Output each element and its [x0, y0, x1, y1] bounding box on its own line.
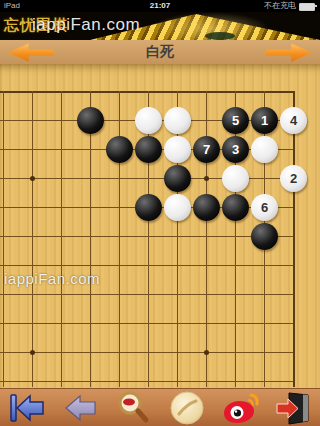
- grid-vline: [148, 91, 149, 388]
- stone-white: [222, 165, 249, 192]
- grid-vline: [3, 91, 4, 388]
- stone-white-move-6: 6: [251, 194, 278, 221]
- stone-black: [135, 194, 162, 221]
- grid-vline: [235, 91, 236, 388]
- stone-black-move-3: 3: [222, 136, 249, 163]
- search-button[interactable]: [114, 391, 152, 425]
- back-button[interactable]: [61, 391, 99, 425]
- exit-door-icon: [274, 391, 312, 425]
- stone-white-move-2: 2: [280, 165, 307, 192]
- stone-white: [164, 107, 191, 134]
- stone-white: [135, 107, 162, 134]
- battery-icon: [299, 3, 315, 11]
- magnifier-icon: [115, 391, 151, 425]
- skip-back-icon: [8, 392, 46, 424]
- star-point: [204, 350, 209, 355]
- stone-black-move-5: 5: [222, 107, 249, 134]
- battery-status-label: 不在充电: [264, 0, 296, 12]
- watermark-top: iappiFan.com: [32, 15, 140, 35]
- grid-vline: [119, 91, 120, 388]
- star-point: [30, 350, 35, 355]
- app-banner: 忘忧围棋 iappiFan.com: [0, 12, 320, 41]
- star-point: [204, 176, 209, 181]
- stone-black-move-7: 7: [193, 136, 220, 163]
- stone-white: [251, 136, 278, 163]
- grid-vline: [32, 91, 33, 388]
- go-first-button[interactable]: [8, 391, 46, 425]
- stone-black: [222, 194, 249, 221]
- exit-button[interactable]: [274, 391, 312, 425]
- bottom-toolbar: [0, 388, 320, 426]
- grid-vline: [293, 91, 295, 388]
- stone-black: [251, 223, 278, 250]
- stone-black: [193, 194, 220, 221]
- back-arrow-icon: [62, 393, 98, 423]
- stone-white: [164, 194, 191, 221]
- stone-white: [164, 136, 191, 163]
- grid-vline: [90, 91, 91, 388]
- go-board[interactable]: 5147326: [0, 64, 320, 388]
- weibo-share-button[interactable]: [221, 391, 259, 425]
- ball-icon: [169, 390, 205, 426]
- stone-black: [164, 165, 191, 192]
- watermark-middle: iappiFan.com: [4, 270, 100, 287]
- banner-decoration: [205, 32, 235, 40]
- weibo-icon: [221, 391, 259, 425]
- grid-vline: [177, 91, 178, 388]
- grid-vline: [206, 91, 207, 388]
- status-bar: iPad 21:07 不在充电: [0, 0, 320, 12]
- stone-black: [106, 136, 133, 163]
- star-point: [30, 176, 35, 181]
- stone-black: [77, 107, 104, 134]
- grid-vline: [61, 91, 62, 388]
- stone-black: [135, 136, 162, 163]
- collection-button[interactable]: [168, 391, 206, 425]
- stone-black-move-1: 1: [251, 107, 278, 134]
- stone-white-move-4: 4: [280, 107, 307, 134]
